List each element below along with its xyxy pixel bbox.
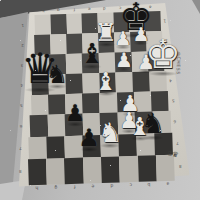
rank-label: 8 [179, 164, 182, 169]
rank-label: 6 [174, 119, 177, 124]
square [98, 53, 115, 74]
square [50, 14, 66, 34]
square [115, 52, 132, 73]
file-label: b [147, 182, 150, 187]
square [99, 93, 117, 114]
square [101, 156, 120, 183]
square [66, 14, 82, 34]
file-label: f [74, 7, 76, 12]
square [113, 12, 129, 32]
file-label: e [91, 184, 94, 189]
rank-label: 5 [172, 98, 175, 103]
square [83, 135, 102, 158]
square [47, 114, 65, 137]
rank-label: 8 [19, 169, 22, 174]
square [48, 74, 65, 95]
rank-label: 3 [168, 58, 171, 63]
square [153, 111, 171, 134]
square [116, 72, 133, 93]
square [100, 134, 119, 157]
file-label: c [130, 183, 133, 188]
square [117, 92, 135, 113]
rank-label: 1 [163, 18, 166, 23]
chess-board: hhggffeeddccbbaa1122334455667788 [9, 0, 193, 191]
square [119, 156, 138, 183]
square [149, 71, 166, 92]
square [29, 137, 48, 160]
square [100, 112, 118, 135]
square [98, 33, 115, 53]
square [151, 91, 169, 112]
square [65, 136, 84, 159]
square [132, 71, 149, 92]
square [129, 12, 145, 32]
file-label: a [149, 5, 152, 10]
file-label: h [42, 8, 45, 13]
square [82, 13, 98, 33]
chessboard-photo: hhggffeeddccbbaa1122334455667788 ◎CHESS … [0, 0, 200, 200]
square [48, 94, 66, 115]
square [82, 93, 100, 114]
dust-speckles [0, 0, 1, 1]
rank-label: 6 [20, 124, 23, 129]
square [114, 32, 131, 52]
file-label: g [54, 185, 57, 190]
square [135, 111, 153, 134]
board-row [28, 155, 175, 186]
square [134, 91, 152, 112]
square [32, 75, 49, 96]
rank-label: 2 [21, 43, 24, 48]
square [64, 158, 83, 185]
square [97, 13, 113, 33]
square [82, 53, 99, 74]
rank-label: 4 [20, 83, 23, 88]
square [117, 112, 135, 135]
square [49, 54, 66, 75]
file-label: f [74, 184, 76, 189]
square [131, 52, 148, 73]
square [82, 33, 99, 53]
file-label: g [57, 8, 60, 13]
square [156, 155, 175, 182]
file-label: b [134, 5, 137, 10]
file-label: e [88, 7, 91, 12]
rank-label: 7 [19, 146, 22, 151]
square [34, 35, 51, 55]
square [65, 74, 82, 95]
square [65, 94, 83, 115]
square [35, 15, 51, 35]
square [28, 159, 47, 186]
rank-label: 1 [21, 23, 24, 28]
square [136, 133, 155, 156]
rank-label: 2 [165, 38, 168, 43]
square [65, 114, 83, 137]
square [138, 155, 157, 182]
rank-label: 5 [20, 103, 23, 108]
file-label: d [103, 6, 106, 11]
rank-label: 3 [21, 63, 24, 68]
square [47, 136, 66, 159]
square [33, 55, 50, 76]
square [82, 73, 99, 94]
square [30, 115, 48, 138]
square [146, 31, 163, 51]
square [83, 157, 102, 184]
rank-label: 4 [169, 78, 172, 83]
file-label: c [119, 6, 121, 11]
square [99, 73, 116, 94]
square [154, 133, 173, 156]
file-label: d [110, 183, 113, 188]
file-label: a [166, 181, 169, 186]
square [148, 51, 165, 72]
square [31, 95, 49, 116]
square [118, 134, 137, 157]
square [66, 54, 83, 75]
square [46, 158, 65, 185]
square [82, 113, 100, 136]
square [66, 34, 83, 54]
square [130, 32, 147, 52]
rank-label: 7 [176, 141, 179, 146]
square [144, 11, 160, 31]
square [50, 34, 67, 54]
file-label: h [35, 186, 38, 191]
